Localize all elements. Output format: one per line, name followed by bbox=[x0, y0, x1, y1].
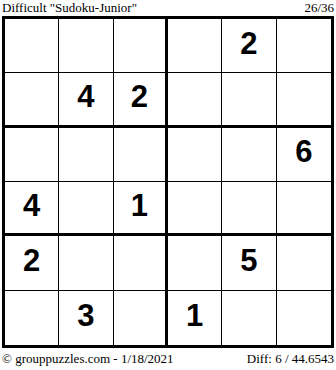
cell-r4c1: 4 bbox=[5, 182, 59, 236]
cell-r1c2 bbox=[59, 19, 113, 73]
cell-r2c4 bbox=[168, 73, 222, 127]
copyright-text: © grouppuzzles.com - 1/18/2021 bbox=[2, 351, 174, 366]
cell-r4c4 bbox=[168, 182, 222, 236]
cell-r1c6 bbox=[277, 19, 331, 73]
cell-r5c4 bbox=[168, 236, 222, 290]
cell-r4c5 bbox=[222, 182, 276, 236]
cell-r3c6: 6 bbox=[277, 128, 331, 182]
cell-r2c2: 4 bbox=[59, 73, 113, 127]
cell-r2c3: 2 bbox=[114, 73, 168, 127]
sudoku-board: 2426412531 bbox=[2, 16, 334, 348]
cell-r3c3 bbox=[114, 128, 168, 182]
cell-r5c2 bbox=[59, 236, 113, 290]
difficulty-text: Diff: 6 / 44.6543 bbox=[247, 351, 334, 366]
cell-r1c3 bbox=[114, 19, 168, 73]
cell-r5c5: 5 bbox=[222, 236, 276, 290]
cell-r2c6 bbox=[277, 73, 331, 127]
cell-r1c5: 2 bbox=[222, 19, 276, 73]
puzzle-title: Difficult "Sudoku-Junior" bbox=[2, 1, 137, 15]
cell-r6c4: 1 bbox=[168, 291, 222, 345]
puzzle-page: Difficult "Sudoku-Junior" 26/36 24264125… bbox=[0, 0, 336, 370]
cell-r6c1 bbox=[5, 291, 59, 345]
footer: © grouppuzzles.com - 1/18/2021 Diff: 6 /… bbox=[0, 348, 336, 366]
cell-r6c3 bbox=[114, 291, 168, 345]
cell-r3c4 bbox=[168, 128, 222, 182]
header: Difficult "Sudoku-Junior" 26/36 bbox=[0, 0, 336, 16]
cell-r5c3 bbox=[114, 236, 168, 290]
cell-r2c5 bbox=[222, 73, 276, 127]
cell-r6c2: 3 bbox=[59, 291, 113, 345]
cell-r6c5 bbox=[222, 291, 276, 345]
cell-r1c4 bbox=[168, 19, 222, 73]
cell-r5c6 bbox=[277, 236, 331, 290]
cell-r5c1: 2 bbox=[5, 236, 59, 290]
cell-r1c1 bbox=[5, 19, 59, 73]
cell-r3c2 bbox=[59, 128, 113, 182]
cell-r4c2 bbox=[59, 182, 113, 236]
cell-r3c5 bbox=[222, 128, 276, 182]
cell-r4c6 bbox=[277, 182, 331, 236]
cell-r2c1 bbox=[5, 73, 59, 127]
puzzle-progress: 26/36 bbox=[304, 1, 334, 15]
cell-r4c3: 1 bbox=[114, 182, 168, 236]
cell-r3c1 bbox=[5, 128, 59, 182]
cell-r6c6 bbox=[277, 291, 331, 345]
